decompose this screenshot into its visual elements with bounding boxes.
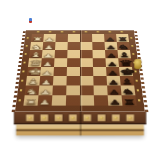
brass-clasp xyxy=(134,59,141,69)
square-c5 xyxy=(80,50,93,58)
square-b3 xyxy=(55,42,68,50)
square-h6 xyxy=(94,95,108,105)
square-e6 xyxy=(93,67,107,76)
brass-dot xyxy=(18,99,21,101)
square-d5 xyxy=(80,58,93,67)
square-b6 xyxy=(92,42,105,50)
piece-white-bishop: ♝ xyxy=(26,78,40,85)
square-a8: ♜ xyxy=(116,34,129,42)
piece-black-pawn: ♟ xyxy=(106,70,120,76)
square-e4 xyxy=(67,67,80,76)
piece-white-pawn: ♟ xyxy=(43,37,56,42)
inlay-tab xyxy=(40,114,48,121)
piece-white-rook: ♜ xyxy=(31,37,44,42)
sticker-red-part xyxy=(29,21,32,23)
square-h5 xyxy=(80,95,94,105)
piece-white-knight: ♞ xyxy=(30,44,43,50)
brass-dot xyxy=(61,31,63,32)
piece-shadow xyxy=(29,73,39,76)
square-b7: ♟ xyxy=(105,42,118,50)
square-d4 xyxy=(67,58,80,67)
piece-shadow xyxy=(26,92,37,95)
piece-shadow xyxy=(124,102,135,106)
board-front-rail xyxy=(14,111,146,124)
piece-shadow xyxy=(110,102,121,106)
square-g3 xyxy=(52,85,66,95)
piece-shadow xyxy=(109,92,120,95)
piece-black-pawn: ♟ xyxy=(104,37,117,42)
piece-black-rook: ♜ xyxy=(116,37,129,42)
piece-white-pawn: ♟ xyxy=(38,99,53,106)
brass-dot xyxy=(25,45,28,47)
square-g7: ♟ xyxy=(107,85,121,95)
board-perspective-wrapper: ♜♟♟♜♞♟♟♞♝♟♟♝♛♟♟♛♚♟♟♚♝♟♟♝♞♟♟♞♜♟♟♜ xyxy=(15,30,145,111)
piece-shadow xyxy=(42,73,52,76)
piece-black-pawn: ♟ xyxy=(108,99,123,106)
brass-dot xyxy=(109,31,111,32)
square-d7: ♟ xyxy=(105,58,119,67)
brass-dot xyxy=(22,71,25,73)
piece-shadow xyxy=(122,82,133,85)
square-c7: ♟ xyxy=(105,50,118,58)
square-h2: ♟ xyxy=(38,95,53,105)
piece-black-pawn: ♟ xyxy=(105,45,118,50)
brass-dot xyxy=(114,116,117,119)
square-e7: ♟ xyxy=(106,67,120,76)
brass-dot xyxy=(136,89,139,91)
inlay-tab xyxy=(69,114,77,121)
square-b8: ♞ xyxy=(117,42,130,50)
square-a1: ♜ xyxy=(31,34,44,42)
square-e5 xyxy=(80,67,93,76)
inlay-tab xyxy=(55,114,63,121)
piece-white-knight: ♞ xyxy=(25,88,39,95)
piece-shadow xyxy=(41,82,52,85)
brass-dot xyxy=(135,80,138,82)
square-f8: ♝ xyxy=(120,76,134,85)
piece-black-knight: ♞ xyxy=(117,44,130,50)
piece-white-pawn: ♟ xyxy=(38,89,52,95)
square-g4 xyxy=(66,85,80,95)
brass-dot xyxy=(20,89,23,91)
front-rail-seam xyxy=(79,111,80,124)
square-f2: ♟ xyxy=(39,76,53,85)
square-g5 xyxy=(80,85,94,95)
square-h1: ♜ xyxy=(23,95,38,105)
piece-shadow xyxy=(108,82,119,85)
piece-shadow xyxy=(108,73,118,76)
brass-dot xyxy=(130,37,133,39)
square-f4 xyxy=(66,76,80,85)
brass-dot xyxy=(85,31,87,32)
square-h3 xyxy=(52,95,66,105)
square-f3 xyxy=(53,76,67,85)
brass-dot xyxy=(28,116,31,119)
inlay-tab xyxy=(112,114,120,121)
piece-black-pawn: ♟ xyxy=(107,79,121,85)
square-b4 xyxy=(68,42,80,50)
piece-shadow xyxy=(40,92,51,95)
fold-seam xyxy=(79,30,80,111)
inlay-tab xyxy=(98,114,106,121)
square-c8: ♝ xyxy=(117,50,130,58)
brass-dot xyxy=(132,53,135,55)
piece-white-pawn: ♟ xyxy=(43,45,56,50)
brass-dot xyxy=(57,116,60,119)
brass-dot xyxy=(23,62,26,64)
square-h4 xyxy=(66,95,80,105)
piece-black-pawn: ♟ xyxy=(106,61,119,67)
piece-black-rook: ♜ xyxy=(122,99,137,106)
piece-black-king: ♚ xyxy=(119,67,133,76)
square-g2: ♟ xyxy=(38,85,52,95)
brass-dot xyxy=(49,31,51,32)
square-f6 xyxy=(93,76,107,85)
square-f5 xyxy=(80,76,94,85)
inlay-tab xyxy=(83,114,91,121)
piece-white-bishop: ♝ xyxy=(29,52,42,59)
square-f7: ♟ xyxy=(107,76,121,85)
brass-dot xyxy=(37,31,40,32)
square-b2: ♟ xyxy=(43,42,56,50)
square-b5 xyxy=(80,42,92,50)
square-a5 xyxy=(80,34,92,42)
piece-shadow xyxy=(27,82,38,85)
square-a2: ♟ xyxy=(43,34,56,42)
square-c3 xyxy=(55,50,68,58)
piece-black-bishop: ♝ xyxy=(118,52,131,59)
brass-dot xyxy=(43,116,46,119)
square-h8: ♜ xyxy=(122,95,137,105)
square-e8: ♚ xyxy=(119,67,133,76)
square-a3 xyxy=(55,34,67,42)
square-d6 xyxy=(93,58,106,67)
square-c2: ♟ xyxy=(42,50,55,58)
box-side-seam xyxy=(79,124,80,135)
square-c4 xyxy=(67,50,80,58)
brass-dot xyxy=(129,116,132,119)
brass-dot xyxy=(137,99,140,101)
brass-dot xyxy=(26,37,29,39)
piece-white-rook: ♜ xyxy=(23,99,38,106)
square-f1: ♝ xyxy=(26,76,40,85)
brass-dot xyxy=(73,31,75,32)
square-b1: ♞ xyxy=(30,42,43,50)
piece-shadow xyxy=(25,102,36,106)
brass-dot xyxy=(21,80,24,82)
piece-shadow xyxy=(39,102,50,106)
square-c1: ♝ xyxy=(29,50,42,58)
square-a7: ♟ xyxy=(104,34,117,42)
piece-black-knight: ♞ xyxy=(121,88,135,95)
piece-shadow xyxy=(121,73,131,76)
square-e3 xyxy=(53,67,67,76)
tiny-price-sticker xyxy=(29,18,32,23)
square-e1: ♚ xyxy=(27,67,41,76)
square-a4 xyxy=(68,34,80,42)
chess-set-product-photo[interactable]: ♜♟♟♜♞♟♟♞♝♟♟♝♛♟♟♛♚♟♟♚♝♟♟♝♞♟♟♞♜♟♟♜ xyxy=(0,0,160,160)
piece-white-pawn: ♟ xyxy=(39,79,53,85)
chess-board: ♜♟♟♜♞♟♟♞♝♟♟♝♛♟♟♛♚♟♟♚♝♟♟♝♞♟♟♞♜♟♟♜ xyxy=(15,30,145,111)
brass-dot xyxy=(97,31,99,32)
square-g6 xyxy=(94,85,108,95)
piece-white-pawn: ♟ xyxy=(40,70,54,76)
brass-dot xyxy=(86,116,89,119)
square-g8: ♞ xyxy=(121,85,136,95)
inlay-tab xyxy=(26,114,34,121)
square-c6 xyxy=(92,50,105,58)
piece-shadow xyxy=(123,92,134,95)
inlay-tab xyxy=(126,114,134,121)
piece-black-bishop: ♝ xyxy=(120,78,134,85)
brass-dot xyxy=(100,116,103,119)
brass-dot xyxy=(121,31,124,32)
square-d3 xyxy=(54,58,67,67)
box-side-panel xyxy=(16,124,144,135)
piece-white-king: ♚ xyxy=(27,67,41,76)
brass-dot xyxy=(131,45,134,47)
square-h7: ♟ xyxy=(108,95,123,105)
piece-black-pawn: ♟ xyxy=(105,53,118,58)
square-a6 xyxy=(92,34,104,42)
piece-black-pawn: ♟ xyxy=(107,89,121,95)
brass-dot xyxy=(71,116,74,119)
square-g1: ♞ xyxy=(25,85,40,95)
brass-dot xyxy=(24,53,27,55)
